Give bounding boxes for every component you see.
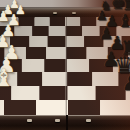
black-pawn: ♟	[121, 69, 130, 94]
pieces-layer: ♟♟♟♟♟♟♟♟♟♝♞♚♜♟♟♝♟♟♜♟♛♟	[0, 0, 130, 130]
black-bishop: ♝	[117, 12, 130, 30]
chess-photo-scene: ♟♟♟♟♟♟♟♟♟♝♞♚♜♟♟♝♟♟♜♟♛♟	[0, 0, 130, 130]
white-bishop: ♝	[0, 66, 15, 90]
